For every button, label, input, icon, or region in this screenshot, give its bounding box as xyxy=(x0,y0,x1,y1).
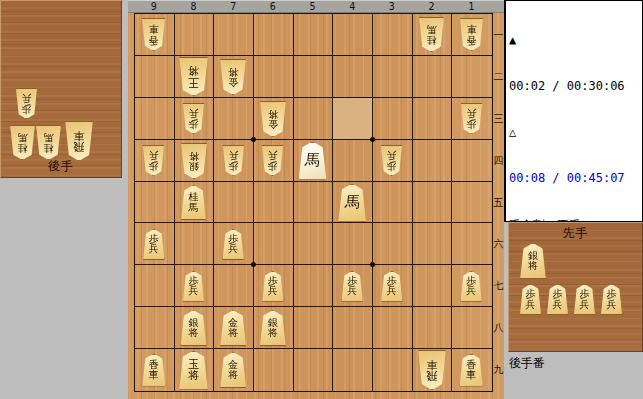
square-4-6[interactable] xyxy=(333,223,373,265)
square-2-8[interactable] xyxy=(413,307,453,349)
file-label-4: 4 xyxy=(344,1,360,13)
square-4-3[interactable] xyxy=(333,98,373,140)
file-label-5: 5 xyxy=(305,1,321,13)
file-label-9: 9 xyxy=(146,1,162,13)
sente-mark: ▲ xyxy=(509,33,640,48)
square-5-8[interactable] xyxy=(294,307,334,349)
file-coordinate-strip: 987654321 xyxy=(128,0,504,13)
gote-hand-tray[interactable]: 後手 歩兵桂馬桂馬飛車 xyxy=(0,0,122,178)
sente-clock: 00:02 / 00:30:06 xyxy=(509,79,640,94)
square-5-9[interactable] xyxy=(294,349,334,391)
game-info-panel: ▲ 00:02 / 00:30:06 △ 00:08 / 00:45:07 手合… xyxy=(504,0,643,222)
square-3-5[interactable] xyxy=(373,182,413,224)
square-3-9[interactable] xyxy=(373,349,413,391)
file-label-6: 6 xyxy=(265,1,281,13)
square-2-7[interactable] xyxy=(413,265,453,307)
square-3-3[interactable] xyxy=(373,98,413,140)
square-4-1[interactable] xyxy=(333,14,373,56)
square-3-2[interactable] xyxy=(373,56,413,98)
square-8-6[interactable] xyxy=(175,223,215,265)
square-7-3[interactable] xyxy=(214,98,254,140)
square-6-5[interactable] xyxy=(254,182,294,224)
file-label-2: 2 xyxy=(424,1,440,13)
square-1-4[interactable] xyxy=(452,140,492,182)
koma-sente-p[interactable]: 歩兵 xyxy=(519,284,542,315)
sente-tray-label: 先手 xyxy=(509,225,642,242)
rank-label-7: 七 xyxy=(492,279,505,293)
sente-hand-tray[interactable]: 先手 銀将歩兵歩兵歩兵歩兵 xyxy=(508,222,643,352)
square-1-8[interactable] xyxy=(452,307,492,349)
turn-indicator: 後手番 xyxy=(509,356,640,371)
shogi-app-window: 後手 歩兵桂馬桂馬飛車 987654321 一二三四五六七八九香車桂馬香車王将金… xyxy=(0,0,643,399)
koma-gote-p[interactable]: 歩兵 xyxy=(15,88,38,119)
square-1-5[interactable] xyxy=(452,182,492,224)
file-label-7: 7 xyxy=(225,1,241,13)
square-2-2[interactable] xyxy=(413,56,453,98)
square-6-6[interactable] xyxy=(254,223,294,265)
square-2-3[interactable] xyxy=(413,98,453,140)
star-point xyxy=(251,137,256,142)
square-9-3[interactable] xyxy=(135,98,175,140)
star-point xyxy=(370,137,375,142)
file-label-3: 3 xyxy=(384,1,400,13)
square-5-1[interactable] xyxy=(294,14,334,56)
square-5-3[interactable] xyxy=(294,98,334,140)
square-6-1[interactable] xyxy=(254,14,294,56)
koma-gote-n[interactable]: 桂馬 xyxy=(9,125,36,160)
square-5-7[interactable] xyxy=(294,265,334,307)
gote-tray-label: 後手 xyxy=(1,158,121,175)
koma-sente-p[interactable]: 歩兵 xyxy=(546,284,569,315)
square-9-5[interactable] xyxy=(135,182,175,224)
square-5-5[interactable] xyxy=(294,182,334,224)
square-1-6[interactable] xyxy=(452,223,492,265)
koma-gote-n[interactable]: 桂馬 xyxy=(35,125,62,160)
gote-clock: 00:08 / 00:45:07 xyxy=(509,171,640,186)
square-7-5[interactable] xyxy=(214,182,254,224)
square-9-8[interactable] xyxy=(135,307,175,349)
square-2-4[interactable] xyxy=(413,140,453,182)
koma-sente-s[interactable]: 銀将 xyxy=(519,243,547,279)
square-5-6[interactable] xyxy=(294,223,334,265)
square-8-1[interactable] xyxy=(175,14,215,56)
square-6-9[interactable] xyxy=(254,349,294,391)
square-5-2[interactable] xyxy=(294,56,334,98)
square-2-5[interactable] xyxy=(413,182,453,224)
square-9-7[interactable] xyxy=(135,265,175,307)
shogi-board: 987654321 一二三四五六七八九香車桂馬香車王将金将歩兵金将歩兵歩兵銀将歩… xyxy=(128,0,504,399)
square-7-1[interactable] xyxy=(214,14,254,56)
file-label-8: 8 xyxy=(186,1,202,13)
rank-label-8: 八 xyxy=(492,321,505,335)
square-7-7[interactable] xyxy=(214,265,254,307)
koma-gote-r[interactable]: 飛車 xyxy=(64,121,94,161)
square-9-2[interactable] xyxy=(135,56,175,98)
square-3-1[interactable] xyxy=(373,14,413,56)
square-4-9[interactable] xyxy=(333,349,373,391)
square-4-8[interactable] xyxy=(333,307,373,349)
koma-sente-p[interactable]: 歩兵 xyxy=(600,284,623,315)
square-6-2[interactable] xyxy=(254,56,294,98)
rank-label-9: 九 xyxy=(492,363,505,377)
gote-mark: △ xyxy=(509,125,640,140)
koma-sente-p[interactable]: 歩兵 xyxy=(573,284,596,315)
square-3-8[interactable] xyxy=(373,307,413,349)
square-1-2[interactable] xyxy=(452,56,492,98)
rank-label-6: 六 xyxy=(492,237,505,251)
square-4-2[interactable] xyxy=(333,56,373,98)
square-2-6[interactable] xyxy=(413,223,453,265)
file-label-1: 1 xyxy=(463,1,479,13)
square-4-4[interactable] xyxy=(333,140,373,182)
square-3-6[interactable] xyxy=(373,223,413,265)
